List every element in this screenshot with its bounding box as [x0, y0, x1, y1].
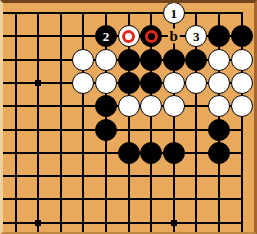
- black-stone: [95, 95, 117, 117]
- white-stone: [231, 72, 253, 94]
- black-stone: [118, 142, 140, 164]
- white-stone: [118, 95, 140, 117]
- black-stone: [140, 49, 162, 71]
- star-point: [35, 80, 41, 86]
- black-stone: [118, 72, 140, 94]
- black-stone: [231, 25, 253, 47]
- grid-line-vertical: [60, 12, 62, 234]
- white-stone-move-3: 3: [185, 25, 207, 47]
- black-stone: [118, 49, 140, 71]
- black-stone: [95, 119, 117, 141]
- white-stone: [95, 72, 117, 94]
- star-point: [171, 220, 177, 226]
- grid-line-vertical: [173, 12, 175, 234]
- black-stone: [163, 49, 185, 71]
- white-stone: [231, 95, 253, 117]
- grid-line-horizontal: [0, 175, 243, 177]
- white-stone: [95, 49, 117, 71]
- white-stone: [72, 72, 94, 94]
- star-point: [35, 220, 41, 226]
- grid-line-vertical: [82, 12, 84, 234]
- grid-line-horizontal: [0, 198, 243, 200]
- black-stone: [163, 142, 185, 164]
- white-stone: [208, 95, 230, 117]
- white-stone: [140, 95, 162, 117]
- white-stone: [231, 49, 253, 71]
- circle-marker-icon: [122, 30, 135, 43]
- black-stone: [140, 72, 162, 94]
- black-stone: [208, 119, 230, 141]
- grid-line-horizontal: [0, 129, 243, 131]
- black-stone: [208, 25, 230, 47]
- grid-line-horizontal: [0, 12, 243, 14]
- white-stone: [163, 95, 185, 117]
- black-stone-move-2: 2: [95, 25, 117, 47]
- circle-marker-icon: [145, 30, 158, 43]
- white-stone: [208, 49, 230, 71]
- white-stone-circled: [118, 25, 140, 47]
- go-board-diagram: b 123: [0, 0, 257, 234]
- black-stone: [185, 49, 207, 71]
- black-stone: [140, 142, 162, 164]
- point-label-b: b: [168, 29, 180, 44]
- white-stone: [72, 49, 94, 71]
- grid-line-vertical: [15, 12, 17, 234]
- white-stone-move-1: 1: [163, 2, 185, 24]
- black-stone-circled: [140, 25, 162, 47]
- grid-line-vertical: [37, 12, 39, 234]
- white-stone: [163, 72, 185, 94]
- white-stone: [208, 72, 230, 94]
- black-stone: [208, 142, 230, 164]
- white-stone: [185, 72, 207, 94]
